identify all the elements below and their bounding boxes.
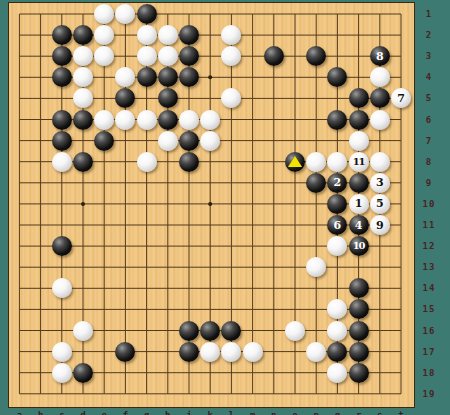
white-stone bbox=[137, 152, 157, 172]
white-stone bbox=[137, 46, 157, 66]
white-stone: 9 bbox=[370, 215, 390, 235]
column-label-f: f bbox=[118, 410, 132, 415]
move-number-label: 2 bbox=[334, 177, 342, 188]
black-stone bbox=[264, 46, 284, 66]
move-number-label: 1 bbox=[355, 198, 363, 209]
white-stone: 11 bbox=[349, 152, 369, 172]
row-label-2: 2 bbox=[421, 30, 437, 40]
white-stone bbox=[52, 278, 72, 298]
move-number-label: 10 bbox=[353, 241, 365, 251]
column-label-d: d bbox=[76, 410, 90, 415]
row-label-6: 6 bbox=[421, 115, 437, 125]
black-stone bbox=[94, 131, 114, 151]
white-stone: 5 bbox=[370, 194, 390, 214]
white-stone bbox=[327, 321, 347, 341]
black-stone bbox=[115, 342, 135, 362]
column-label-a: a bbox=[12, 410, 26, 415]
column-label-o: o bbox=[288, 410, 302, 415]
move-number-label: 5 bbox=[376, 198, 384, 209]
move-number-label: 7 bbox=[397, 93, 405, 104]
white-stone: 3 bbox=[370, 173, 390, 193]
row-label-1: 1 bbox=[421, 9, 437, 19]
row-label-7: 7 bbox=[421, 136, 437, 146]
column-label-j: j bbox=[182, 410, 196, 415]
black-stone bbox=[349, 321, 369, 341]
move-number-label: 9 bbox=[376, 220, 384, 231]
black-stone bbox=[73, 152, 93, 172]
white-stone bbox=[158, 131, 178, 151]
white-stone bbox=[200, 110, 220, 130]
black-stone bbox=[158, 67, 178, 87]
column-label-m: m bbox=[246, 410, 260, 415]
row-label-5: 5 bbox=[421, 93, 437, 103]
row-label-14: 14 bbox=[421, 283, 437, 293]
column-label-b: b bbox=[34, 410, 48, 415]
column-label-l: l bbox=[224, 410, 238, 415]
white-stone bbox=[179, 110, 199, 130]
black-stone bbox=[349, 88, 369, 108]
white-stone bbox=[200, 342, 220, 362]
black-stone bbox=[52, 46, 72, 66]
row-label-18: 18 bbox=[421, 368, 437, 378]
row-label-19: 19 bbox=[421, 389, 437, 399]
white-stone bbox=[306, 152, 326, 172]
move-number-label: 8 bbox=[376, 51, 384, 62]
black-stone bbox=[52, 236, 72, 256]
black-stone bbox=[179, 152, 199, 172]
triangle-mark-icon bbox=[288, 156, 302, 167]
black-stone bbox=[73, 363, 93, 383]
black-stone bbox=[179, 321, 199, 341]
move-number-label: 6 bbox=[334, 220, 342, 231]
black-stone bbox=[349, 110, 369, 130]
black-stone bbox=[52, 67, 72, 87]
black-stone bbox=[179, 342, 199, 362]
column-label-n: n bbox=[267, 410, 281, 415]
black-stone bbox=[349, 299, 369, 319]
column-label-q: q bbox=[330, 410, 344, 415]
white-stone bbox=[370, 152, 390, 172]
column-label-g: g bbox=[140, 410, 154, 415]
column-label-h: h bbox=[161, 410, 175, 415]
black-stone: 4 bbox=[349, 215, 369, 235]
column-label-k: k bbox=[203, 410, 217, 415]
white-stone bbox=[306, 342, 326, 362]
black-stone bbox=[52, 110, 72, 130]
row-label-16: 16 bbox=[421, 326, 437, 336]
column-label-e: e bbox=[97, 410, 111, 415]
row-label-10: 10 bbox=[421, 199, 437, 209]
black-stone bbox=[52, 131, 72, 151]
row-label-11: 11 bbox=[421, 220, 437, 230]
goban[interactable]: 8711231564910 bbox=[8, 2, 415, 408]
star-point bbox=[208, 75, 212, 79]
white-stone bbox=[94, 110, 114, 130]
black-stone bbox=[73, 25, 93, 45]
white-stone bbox=[158, 46, 178, 66]
black-stone bbox=[52, 25, 72, 45]
black-stone bbox=[137, 67, 157, 87]
row-label-8: 8 bbox=[421, 157, 437, 167]
white-stone bbox=[200, 131, 220, 151]
move-number-label: 4 bbox=[355, 220, 363, 231]
black-stone bbox=[327, 110, 347, 130]
column-label-p: p bbox=[309, 410, 323, 415]
row-label-9: 9 bbox=[421, 178, 437, 188]
column-label-s: s bbox=[373, 410, 387, 415]
row-label-15: 15 bbox=[421, 304, 437, 314]
white-stone bbox=[115, 110, 135, 130]
move-number-label: 11 bbox=[353, 157, 365, 167]
star-point bbox=[81, 202, 85, 206]
white-stone bbox=[52, 342, 72, 362]
black-stone bbox=[349, 278, 369, 298]
black-stone bbox=[349, 173, 369, 193]
white-stone: 1 bbox=[349, 194, 369, 214]
black-stone bbox=[221, 321, 241, 341]
black-stone: 10 bbox=[349, 236, 369, 256]
white-stone bbox=[243, 342, 263, 362]
black-stone bbox=[137, 4, 157, 24]
black-stone bbox=[200, 321, 220, 341]
black-stone bbox=[306, 173, 326, 193]
row-label-4: 4 bbox=[421, 72, 437, 82]
white-stone bbox=[52, 363, 72, 383]
black-stone bbox=[73, 110, 93, 130]
column-label-t: t bbox=[394, 410, 408, 415]
black-stone bbox=[349, 342, 369, 362]
row-label-13: 13 bbox=[421, 262, 437, 272]
row-label-17: 17 bbox=[421, 347, 437, 357]
white-stone bbox=[137, 110, 157, 130]
white-stone bbox=[52, 152, 72, 172]
white-stone bbox=[137, 25, 157, 45]
white-stone bbox=[327, 152, 347, 172]
black-stone bbox=[158, 110, 178, 130]
white-stone bbox=[349, 131, 369, 151]
white-stone bbox=[370, 110, 390, 130]
row-label-3: 3 bbox=[421, 51, 437, 61]
move-number-label: 3 bbox=[376, 177, 384, 188]
column-label-c: c bbox=[55, 410, 69, 415]
black-stone bbox=[179, 131, 199, 151]
white-stone bbox=[370, 67, 390, 87]
go-board-viewer: 8711231564910 12345678910111213141516171… bbox=[0, 0, 450, 415]
black-stone bbox=[285, 152, 305, 172]
white-stone bbox=[285, 321, 305, 341]
black-stone bbox=[179, 25, 199, 45]
white-stone bbox=[158, 25, 178, 45]
black-stone: 8 bbox=[370, 46, 390, 66]
white-stone bbox=[73, 321, 93, 341]
white-stone bbox=[221, 342, 241, 362]
star-point bbox=[208, 202, 212, 206]
white-stone bbox=[327, 363, 347, 383]
black-stone bbox=[327, 342, 347, 362]
black-stone bbox=[349, 363, 369, 383]
column-label-r: r bbox=[352, 410, 366, 415]
row-label-12: 12 bbox=[421, 241, 437, 251]
